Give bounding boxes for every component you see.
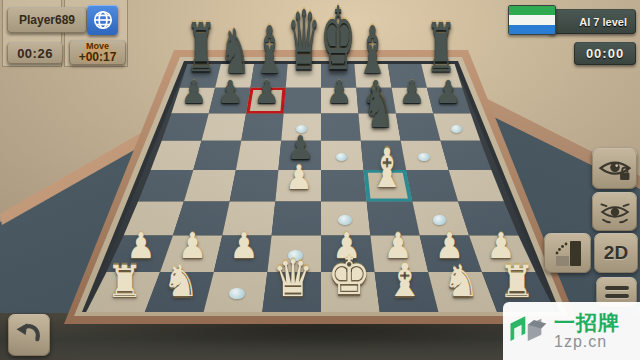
online-globe-button[interactable] xyxy=(87,5,118,35)
rotate-view-button[interactable] xyxy=(544,233,591,273)
white-clock-value: 00:26 xyxy=(17,46,53,61)
view-lock-button[interactable] xyxy=(592,148,637,189)
watermark-brand: 一招牌 xyxy=(554,312,620,334)
piece-black-knight-f6[interactable]: ♞ xyxy=(363,78,395,135)
watermark: 一招牌 1zp.cn xyxy=(503,302,640,360)
eye-icon xyxy=(598,198,632,226)
piece-white-bishop-f4[interactable]: ♝ xyxy=(370,141,405,195)
piece-white-pawn-d4[interactable]: ♟ xyxy=(285,161,312,195)
move-timer-value: +00:17 xyxy=(79,51,117,63)
2d-label: 2D xyxy=(604,242,628,264)
board-flip-icon xyxy=(550,238,586,268)
piece-white-knight-g1[interactable]: ♞ xyxy=(443,260,480,304)
watermark-logo-icon xyxy=(508,309,550,353)
eye-lock-icon xyxy=(598,155,632,183)
undo-arrow-icon xyxy=(14,320,44,350)
watermark-domain: 1zp.cn xyxy=(554,334,620,351)
black-clock: 00:00 xyxy=(574,42,636,65)
piece-black-pawn-a7[interactable]: ♟ xyxy=(181,76,207,108)
piece-white-queen-d1[interactable]: ♛ xyxy=(272,253,314,304)
piece-black-pawn-e7[interactable]: ♟ xyxy=(326,76,352,108)
piece-black-pawn-h7[interactable]: ♟ xyxy=(435,76,461,108)
white-clock: 00:26 xyxy=(7,42,63,64)
piece-white-rook-a1[interactable]: ♜ xyxy=(106,260,143,304)
sierra-leone-flag xyxy=(508,5,556,35)
piece-black-pawn-c7[interactable]: ♟ xyxy=(254,76,280,108)
piece-white-rook-h1[interactable]: ♜ xyxy=(499,260,536,304)
black-clock-value: 00:00 xyxy=(586,46,624,61)
piece-white-king-e1[interactable]: ♚ xyxy=(327,251,371,304)
free-look-button[interactable] xyxy=(592,192,637,231)
piece-white-pawn-c2[interactable]: ♟ xyxy=(229,229,258,265)
undo-button[interactable] xyxy=(8,314,50,356)
move-dot-e3[interactable] xyxy=(338,215,352,225)
black-player-panel: AI 7 level xyxy=(548,9,636,34)
black-player-name: AI 7 level xyxy=(579,16,627,28)
white-player-name: Player689 xyxy=(19,13,75,27)
piece-black-queen-d8[interactable]: ♛ xyxy=(287,0,320,83)
move-timer-panel: Move +00:17 xyxy=(69,40,126,65)
piece-black-pawn-b7[interactable]: ♟ xyxy=(217,76,243,108)
piece-white-knight-b1[interactable]: ♞ xyxy=(162,260,199,304)
menu-icon xyxy=(605,286,629,290)
2d-view-button[interactable]: 2D xyxy=(594,233,638,273)
piece-black-pawn-g7[interactable]: ♟ xyxy=(399,76,425,108)
piece-black-king-e8[interactable]: ♚ xyxy=(321,0,356,83)
globe-icon xyxy=(92,9,114,31)
piece-white-bishop-f1[interactable]: ♝ xyxy=(386,258,425,304)
move-dot-h6[interactable] xyxy=(451,125,462,133)
white-player-panel: Player689 xyxy=(7,7,87,33)
move-dot-g5[interactable] xyxy=(418,153,430,161)
game-screen: ♜♞♝♛♚♝♜♟♟♟♟♟♟♟♞♟♟♝♟♟♟♟♟♟♟♜♞♛♚♝♞♜ Player6… xyxy=(0,0,640,360)
